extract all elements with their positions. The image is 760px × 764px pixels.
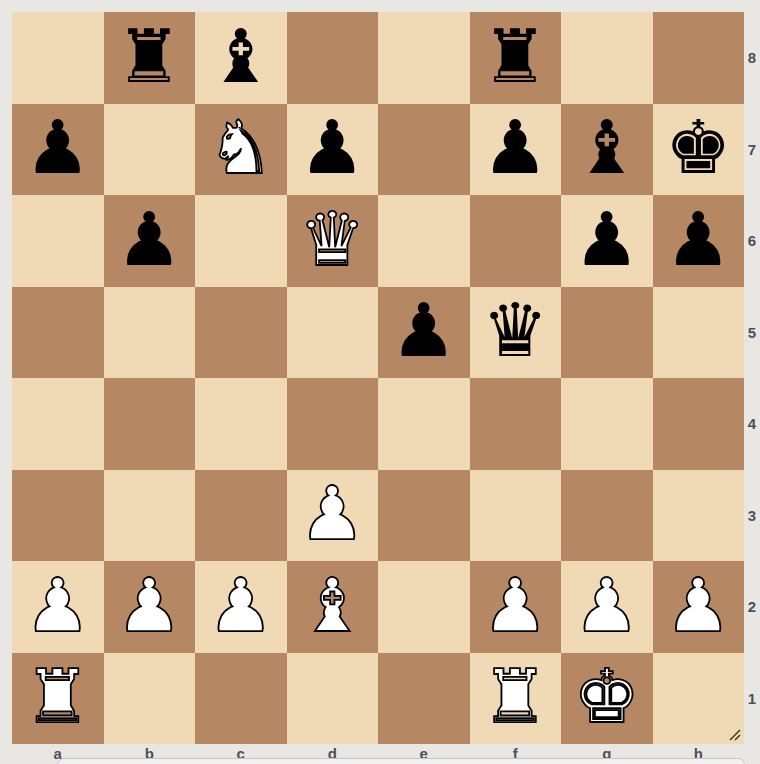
square-e4[interactable] xyxy=(378,378,470,470)
piece-white-pawn[interactable]: ♟ xyxy=(116,568,182,642)
piece-white-pawn[interactable]: ♟ xyxy=(574,568,640,642)
square-e7[interactable] xyxy=(378,104,470,196)
piece-black-pawn[interactable]: ♟ xyxy=(299,110,365,184)
piece-white-pawn[interactable]: ♟ xyxy=(665,568,731,642)
piece-black-pawn[interactable]: ♟ xyxy=(482,110,548,184)
piece-black-bishop[interactable]: ♝ xyxy=(208,19,274,93)
square-b4[interactable] xyxy=(104,378,196,470)
square-f6[interactable] xyxy=(470,195,562,287)
square-a4[interactable] xyxy=(12,378,104,470)
piece-black-pawn[interactable]: ♟ xyxy=(116,202,182,276)
square-g7[interactable]: ♝ xyxy=(561,104,653,196)
piece-black-bishop[interactable]: ♝ xyxy=(574,110,640,184)
square-g3[interactable] xyxy=(561,470,653,562)
square-f3[interactable] xyxy=(470,470,562,562)
square-b6[interactable]: ♟ xyxy=(104,195,196,287)
piece-white-rook[interactable]: ♜ xyxy=(482,659,548,733)
square-a2[interactable]: ♟ xyxy=(12,561,104,653)
piece-white-rook[interactable]: ♜ xyxy=(25,659,91,733)
square-f2[interactable]: ♟ xyxy=(470,561,562,653)
square-e6[interactable] xyxy=(378,195,470,287)
piece-black-pawn[interactable]: ♟ xyxy=(574,202,640,276)
rank-label-4: 4 xyxy=(744,378,760,470)
square-f5[interactable]: ♛ xyxy=(470,287,562,379)
square-d5[interactable] xyxy=(287,287,379,379)
square-h4[interactable] xyxy=(653,378,745,470)
square-f8[interactable]: ♜ xyxy=(470,12,562,104)
square-g2[interactable]: ♟ xyxy=(561,561,653,653)
square-b7[interactable] xyxy=(104,104,196,196)
square-h8[interactable] xyxy=(653,12,745,104)
square-d8[interactable] xyxy=(287,12,379,104)
square-e5[interactable]: ♟ xyxy=(378,287,470,379)
square-d3[interactable]: ♟ xyxy=(287,470,379,562)
piece-white-pawn[interactable]: ♟ xyxy=(299,476,365,550)
square-g5[interactable] xyxy=(561,287,653,379)
piece-white-queen[interactable]: ♛ xyxy=(299,202,365,276)
square-a5[interactable] xyxy=(12,287,104,379)
board-container: ♜♝♜♟♞♟♟♝♚♟♛♟♟♟♛♟♟♟♟♝♟♟♟♜♜♚ 87654321 abcd… xyxy=(0,0,760,764)
square-a3[interactable] xyxy=(12,470,104,562)
bottom-panel xyxy=(57,758,745,764)
piece-black-rook[interactable]: ♜ xyxy=(482,19,548,93)
rank-label-8: 8 xyxy=(744,12,760,104)
square-h5[interactable] xyxy=(653,287,745,379)
square-a6[interactable] xyxy=(12,195,104,287)
square-c5[interactable] xyxy=(195,287,287,379)
square-c1[interactable] xyxy=(195,653,287,745)
square-e1[interactable] xyxy=(378,653,470,745)
square-c6[interactable] xyxy=(195,195,287,287)
square-b1[interactable] xyxy=(104,653,196,745)
square-h2[interactable]: ♟ xyxy=(653,561,745,653)
square-a8[interactable] xyxy=(12,12,104,104)
rank-label-3: 3 xyxy=(744,470,760,562)
piece-white-pawn[interactable]: ♟ xyxy=(208,568,274,642)
rank-labels: 87654321 xyxy=(744,12,760,744)
piece-white-king[interactable]: ♚ xyxy=(574,659,640,733)
square-a1[interactable]: ♜ xyxy=(12,653,104,745)
rank-label-7: 7 xyxy=(744,104,760,196)
rank-label-6: 6 xyxy=(744,195,760,287)
square-b5[interactable] xyxy=(104,287,196,379)
square-c8[interactable]: ♝ xyxy=(195,12,287,104)
square-g1[interactable]: ♚ xyxy=(561,653,653,745)
piece-white-pawn[interactable]: ♟ xyxy=(25,568,91,642)
square-f4[interactable] xyxy=(470,378,562,470)
piece-black-rook[interactable]: ♜ xyxy=(116,19,182,93)
piece-white-pawn[interactable]: ♟ xyxy=(482,568,548,642)
piece-black-king[interactable]: ♚ xyxy=(665,110,731,184)
square-e3[interactable] xyxy=(378,470,470,562)
chess-board[interactable]: ♜♝♜♟♞♟♟♝♚♟♛♟♟♟♛♟♟♟♟♝♟♟♟♜♜♚ xyxy=(12,12,744,744)
piece-white-bishop[interactable]: ♝ xyxy=(299,568,365,642)
square-c4[interactable] xyxy=(195,378,287,470)
square-b8[interactable]: ♜ xyxy=(104,12,196,104)
square-g8[interactable] xyxy=(561,12,653,104)
square-c2[interactable]: ♟ xyxy=(195,561,287,653)
square-d6[interactable]: ♛ xyxy=(287,195,379,287)
square-d7[interactable]: ♟ xyxy=(287,104,379,196)
piece-white-knight[interactable]: ♞ xyxy=(208,110,274,184)
square-c3[interactable] xyxy=(195,470,287,562)
square-a7[interactable]: ♟ xyxy=(12,104,104,196)
square-g6[interactable]: ♟ xyxy=(561,195,653,287)
square-h6[interactable]: ♟ xyxy=(653,195,745,287)
piece-black-queen[interactable]: ♛ xyxy=(482,293,548,367)
square-e2[interactable] xyxy=(378,561,470,653)
square-d1[interactable] xyxy=(287,653,379,745)
square-h7[interactable]: ♚ xyxy=(653,104,745,196)
piece-black-pawn[interactable]: ♟ xyxy=(391,293,457,367)
square-h3[interactable] xyxy=(653,470,745,562)
square-g4[interactable] xyxy=(561,378,653,470)
square-f1[interactable]: ♜ xyxy=(470,653,562,745)
piece-black-pawn[interactable]: ♟ xyxy=(25,110,91,184)
square-d4[interactable] xyxy=(287,378,379,470)
rank-label-1: 1 xyxy=(744,653,760,745)
square-e8[interactable] xyxy=(378,12,470,104)
rank-label-2: 2 xyxy=(744,561,760,653)
square-f7[interactable]: ♟ xyxy=(470,104,562,196)
rank-label-5: 5 xyxy=(744,287,760,379)
square-b2[interactable]: ♟ xyxy=(104,561,196,653)
square-c7[interactable]: ♞ xyxy=(195,104,287,196)
square-b3[interactable] xyxy=(104,470,196,562)
resize-grip-icon[interactable] xyxy=(726,726,742,742)
piece-black-pawn[interactable]: ♟ xyxy=(665,202,731,276)
square-d2[interactable]: ♝ xyxy=(287,561,379,653)
